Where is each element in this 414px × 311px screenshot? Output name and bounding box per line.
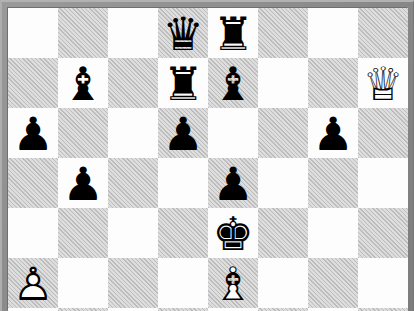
square-a3[interactable]: ♟♙ bbox=[8, 258, 58, 308]
square-e3[interactable]: ♝♗ bbox=[208, 258, 258, 308]
square-b8[interactable] bbox=[58, 8, 108, 58]
black-rook[interactable]: ♜ bbox=[158, 58, 208, 108]
square-d3[interactable] bbox=[158, 258, 208, 308]
square-d7[interactable]: ♜ bbox=[158, 58, 208, 108]
square-a8[interactable] bbox=[8, 8, 58, 58]
square-c6[interactable] bbox=[108, 108, 158, 158]
square-b3[interactable] bbox=[58, 258, 108, 308]
square-h7[interactable]: ♛♕ bbox=[358, 58, 408, 108]
white-bishop[interactable]: ♝♗ bbox=[208, 258, 258, 308]
square-g5[interactable] bbox=[308, 158, 358, 208]
black-queen[interactable]: ♛ bbox=[158, 8, 208, 58]
black-pawn[interactable]: ♟ bbox=[58, 158, 108, 208]
square-g8[interactable] bbox=[308, 8, 358, 58]
black-pawn[interactable]: ♟ bbox=[308, 108, 358, 158]
black-bishop[interactable]: ♝ bbox=[208, 58, 258, 108]
square-e6[interactable] bbox=[208, 108, 258, 158]
square-f4[interactable] bbox=[258, 208, 308, 258]
black-pawn[interactable]: ♟ bbox=[208, 158, 258, 208]
square-g3[interactable] bbox=[308, 258, 358, 308]
square-e7[interactable]: ♝ bbox=[208, 58, 258, 108]
square-f3[interactable] bbox=[258, 258, 308, 308]
square-h4[interactable] bbox=[358, 208, 408, 258]
square-c8[interactable] bbox=[108, 8, 158, 58]
square-f5[interactable] bbox=[258, 158, 308, 208]
square-e5[interactable]: ♟ bbox=[208, 158, 258, 208]
square-g4[interactable] bbox=[308, 208, 358, 258]
square-b6[interactable] bbox=[58, 108, 108, 158]
square-a5[interactable] bbox=[8, 158, 58, 208]
square-h3[interactable] bbox=[358, 258, 408, 308]
black-bishop[interactable]: ♝ bbox=[58, 58, 108, 108]
square-b5[interactable]: ♟ bbox=[58, 158, 108, 208]
white-pawn[interactable]: ♟♙ bbox=[8, 258, 58, 308]
square-c5[interactable] bbox=[108, 158, 158, 208]
square-f8[interactable] bbox=[258, 8, 308, 58]
square-h8[interactable] bbox=[358, 8, 408, 58]
square-b4[interactable] bbox=[58, 208, 108, 258]
square-f6[interactable] bbox=[258, 108, 308, 158]
square-h5[interactable] bbox=[358, 158, 408, 208]
square-g6[interactable]: ♟ bbox=[308, 108, 358, 158]
black-king[interactable]: ♚ bbox=[208, 208, 258, 258]
chess-diagram: ♛♜♝♜♝♛♕♟♟♟♟♟♚♟♙♝♗ bbox=[0, 0, 414, 311]
square-c3[interactable] bbox=[108, 258, 158, 308]
square-b7[interactable]: ♝ bbox=[58, 58, 108, 108]
square-h6[interactable] bbox=[358, 108, 408, 158]
square-e8[interactable]: ♜ bbox=[208, 8, 258, 58]
square-d5[interactable] bbox=[158, 158, 208, 208]
square-g7[interactable] bbox=[308, 58, 358, 108]
square-a4[interactable] bbox=[8, 208, 58, 258]
square-d4[interactable] bbox=[158, 208, 208, 258]
square-a6[interactable]: ♟ bbox=[8, 108, 58, 158]
square-f7[interactable] bbox=[258, 58, 308, 108]
black-rook[interactable]: ♜ bbox=[208, 8, 258, 58]
square-a7[interactable] bbox=[8, 58, 58, 108]
square-c7[interactable] bbox=[108, 58, 158, 108]
black-pawn[interactable]: ♟ bbox=[8, 108, 58, 158]
black-pawn[interactable]: ♟ bbox=[158, 108, 208, 158]
square-d8[interactable]: ♛ bbox=[158, 8, 208, 58]
square-c4[interactable] bbox=[108, 208, 158, 258]
square-d6[interactable]: ♟ bbox=[158, 108, 208, 158]
white-queen[interactable]: ♛♕ bbox=[358, 58, 408, 108]
chess-board: ♛♜♝♜♝♛♕♟♟♟♟♟♚♟♙♝♗ bbox=[8, 8, 408, 311]
square-e4[interactable]: ♚ bbox=[208, 208, 258, 258]
